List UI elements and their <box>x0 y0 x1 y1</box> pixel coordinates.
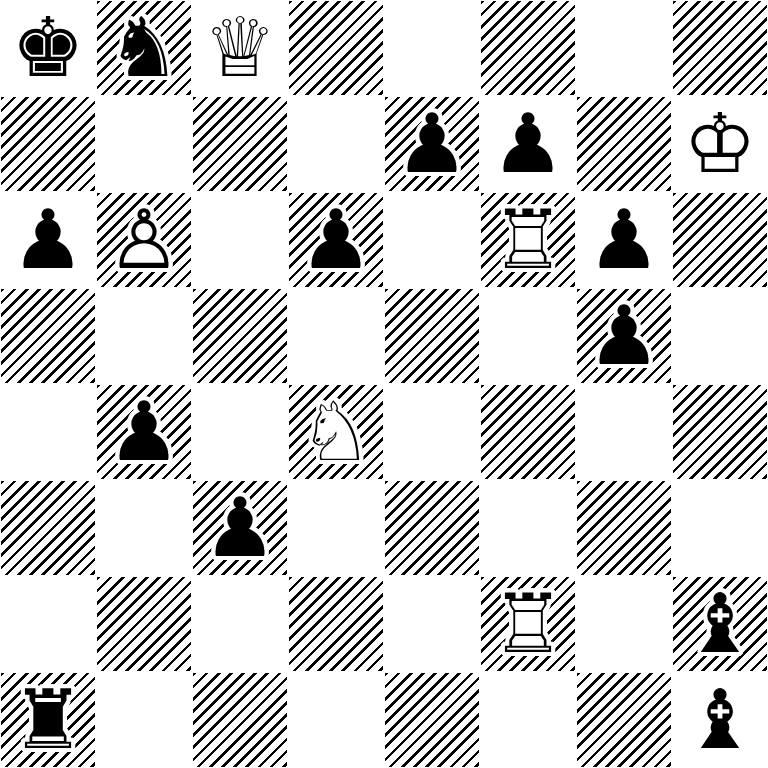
square-e2[interactable] <box>384 576 480 672</box>
black-rook[interactable]: ♜ <box>0 672 96 768</box>
square-g8[interactable] <box>576 0 672 96</box>
black-pawn[interactable]: ♟ <box>288 192 384 288</box>
black-piece-glyph: ♟ <box>576 288 672 384</box>
white-queen[interactable]: ♛♕ <box>192 0 288 96</box>
square-e5[interactable] <box>384 288 480 384</box>
black-pawn[interactable]: ♟ <box>192 480 288 576</box>
black-pawn[interactable]: ♟ <box>96 384 192 480</box>
square-f2[interactable]: ♜♖ <box>480 576 576 672</box>
black-piece-glyph: ♟ <box>192 480 288 576</box>
square-f6[interactable]: ♜♖ <box>480 192 576 288</box>
square-f1[interactable] <box>480 672 576 768</box>
white-rook[interactable]: ♜♖ <box>480 192 576 288</box>
square-e3[interactable] <box>384 480 480 576</box>
square-b3[interactable] <box>96 480 192 576</box>
black-piece-glyph: ♝ <box>672 672 768 768</box>
square-d2[interactable] <box>288 576 384 672</box>
square-e8[interactable] <box>384 0 480 96</box>
square-a5[interactable] <box>0 288 96 384</box>
square-c2[interactable] <box>192 576 288 672</box>
white-knight[interactable]: ♞♘ <box>288 384 384 480</box>
white-pawn[interactable]: ♟♙ <box>96 192 192 288</box>
white-king[interactable]: ♚♔ <box>672 96 768 192</box>
black-pawn[interactable]: ♟ <box>576 288 672 384</box>
square-h4[interactable] <box>672 384 768 480</box>
square-h6[interactable] <box>672 192 768 288</box>
square-g5[interactable]: ♟ <box>576 288 672 384</box>
square-f8[interactable] <box>480 0 576 96</box>
square-b7[interactable] <box>96 96 192 192</box>
square-c3[interactable]: ♟ <box>192 480 288 576</box>
square-b4[interactable]: ♟ <box>96 384 192 480</box>
square-f4[interactable] <box>480 384 576 480</box>
square-g4[interactable] <box>576 384 672 480</box>
white-piece-outline-glyph: ♖ <box>480 576 576 672</box>
white-piece-outline-glyph: ♙ <box>96 192 192 288</box>
square-d7[interactable] <box>288 96 384 192</box>
black-piece-glyph: ♟ <box>480 96 576 192</box>
white-rook[interactable]: ♜♖ <box>480 576 576 672</box>
white-piece-outline-glyph: ♔ <box>672 96 768 192</box>
white-piece-outline-glyph: ♖ <box>480 192 576 288</box>
black-piece-glyph: ♞ <box>96 0 192 96</box>
square-e6[interactable] <box>384 192 480 288</box>
square-e1[interactable] <box>384 672 480 768</box>
square-d5[interactable] <box>288 288 384 384</box>
square-d4[interactable]: ♞♘ <box>288 384 384 480</box>
black-piece-glyph: ♚ <box>0 0 96 96</box>
black-knight[interactable]: ♞ <box>96 0 192 96</box>
square-h1[interactable]: ♝ <box>672 672 768 768</box>
square-d1[interactable] <box>288 672 384 768</box>
square-c6[interactable] <box>192 192 288 288</box>
square-b5[interactable] <box>96 288 192 384</box>
square-c1[interactable] <box>192 672 288 768</box>
square-b6[interactable]: ♟♙ <box>96 192 192 288</box>
black-piece-glyph: ♟ <box>96 384 192 480</box>
black-pawn[interactable]: ♟ <box>384 96 480 192</box>
square-a7[interactable] <box>0 96 96 192</box>
black-piece-glyph: ♟ <box>576 192 672 288</box>
chess-board: ♚♞♛♕♟♟♚♔♟♟♙♟♜♖♟♟♟♞♘♟♜♖♝♜♝ <box>0 0 768 768</box>
square-c7[interactable] <box>192 96 288 192</box>
square-g2[interactable] <box>576 576 672 672</box>
square-b1[interactable] <box>96 672 192 768</box>
black-pawn[interactable]: ♟ <box>0 192 96 288</box>
black-piece-glyph: ♜ <box>0 672 96 768</box>
square-b2[interactable] <box>96 576 192 672</box>
black-piece-glyph: ♟ <box>0 192 96 288</box>
square-a8[interactable]: ♚ <box>0 0 96 96</box>
square-h7[interactable]: ♚♔ <box>672 96 768 192</box>
black-bishop[interactable]: ♝ <box>672 672 768 768</box>
square-a3[interactable] <box>0 480 96 576</box>
white-piece-outline-glyph: ♕ <box>192 0 288 96</box>
square-a4[interactable] <box>0 384 96 480</box>
square-e4[interactable] <box>384 384 480 480</box>
square-h2[interactable]: ♝ <box>672 576 768 672</box>
square-a2[interactable] <box>0 576 96 672</box>
square-g6[interactable]: ♟ <box>576 192 672 288</box>
square-h5[interactable] <box>672 288 768 384</box>
square-b8[interactable]: ♞ <box>96 0 192 96</box>
square-f3[interactable] <box>480 480 576 576</box>
black-pawn[interactable]: ♟ <box>480 96 576 192</box>
square-a1[interactable]: ♜ <box>0 672 96 768</box>
white-piece-outline-glyph: ♘ <box>288 384 384 480</box>
black-bishop[interactable]: ♝ <box>672 576 768 672</box>
black-pawn[interactable]: ♟ <box>576 192 672 288</box>
square-f7[interactable]: ♟ <box>480 96 576 192</box>
square-a6[interactable]: ♟ <box>0 192 96 288</box>
square-g3[interactable] <box>576 480 672 576</box>
black-piece-glyph: ♟ <box>384 96 480 192</box>
square-d6[interactable]: ♟ <box>288 192 384 288</box>
square-c4[interactable] <box>192 384 288 480</box>
square-e7[interactable]: ♟ <box>384 96 480 192</box>
square-d8[interactable] <box>288 0 384 96</box>
black-king[interactable]: ♚ <box>0 0 96 96</box>
black-piece-glyph: ♟ <box>288 192 384 288</box>
square-g1[interactable] <box>576 672 672 768</box>
square-h8[interactable] <box>672 0 768 96</box>
square-c5[interactable] <box>192 288 288 384</box>
square-f5[interactable] <box>480 288 576 384</box>
square-d3[interactable] <box>288 480 384 576</box>
black-piece-glyph: ♝ <box>672 576 768 672</box>
square-g7[interactable] <box>576 96 672 192</box>
square-c8[interactable]: ♛♕ <box>192 0 288 96</box>
square-h3[interactable] <box>672 480 768 576</box>
